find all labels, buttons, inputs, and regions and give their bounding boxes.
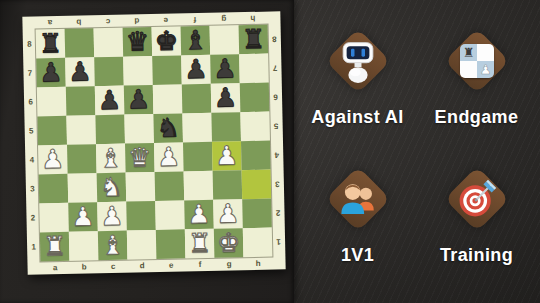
coordinate-label: 2 <box>271 198 285 227</box>
square-b1[interactable] <box>69 231 99 261</box>
menu-item-label: Endgame <box>435 107 519 128</box>
square-f4[interactable] <box>183 142 213 172</box>
square-g4[interactable]: ♟ <box>212 141 242 171</box>
frame-corner <box>27 261 40 274</box>
square-a6[interactable] <box>37 87 67 117</box>
black-rook: ♜ <box>241 25 265 54</box>
square-c4[interactable]: ♝ <box>96 144 126 174</box>
square-h8[interactable]: ♜ <box>239 25 269 55</box>
square-a1[interactable]: ♜ <box>40 232 70 262</box>
two-players-icon <box>335 176 381 222</box>
square-h2[interactable] <box>242 199 272 229</box>
square-h3[interactable] <box>242 170 272 200</box>
square-e7[interactable] <box>152 55 182 85</box>
coordinate-label: 7 <box>23 58 37 87</box>
menu-item-training[interactable]: Training <box>417 148 536 286</box>
square-g5[interactable] <box>211 112 241 142</box>
black-pawn: ♟ <box>68 57 92 86</box>
black-pawn: ♟ <box>214 83 238 112</box>
coordinate-label: 7 <box>268 53 282 82</box>
square-e2[interactable] <box>155 200 185 230</box>
white-pawn: ♟ <box>215 141 239 170</box>
coordinate-label: 1 <box>272 227 286 256</box>
square-g2[interactable]: ♟ <box>213 199 243 229</box>
coordinate-label: 6 <box>24 87 38 116</box>
square-c7[interactable] <box>94 57 124 87</box>
coordinate-label: a <box>40 261 69 275</box>
square-b7[interactable]: ♟ <box>65 57 95 87</box>
coordinate-label: b <box>69 260 98 274</box>
square-d2[interactable] <box>126 201 156 231</box>
square-d5[interactable] <box>124 114 154 144</box>
square-g3[interactable] <box>213 170 243 200</box>
black-pawn: ♟ <box>213 54 237 83</box>
black-bishop: ♝ <box>183 26 207 55</box>
mini-black-rook: ♜ <box>462 44 474 61</box>
frame-corner <box>22 16 35 29</box>
square-d4[interactable]: ♛ <box>125 143 155 173</box>
square-f5[interactable] <box>182 113 212 143</box>
black-pawn: ♟ <box>184 55 208 84</box>
frame-corner <box>272 256 285 269</box>
square-b6[interactable] <box>66 86 96 116</box>
square-f3[interactable] <box>184 171 214 201</box>
coordinate-label: 3 <box>271 169 285 198</box>
square-f2[interactable]: ♟ <box>184 200 214 230</box>
coordinate-label: 5 <box>24 116 38 145</box>
square-f6[interactable] <box>182 84 212 114</box>
chess-board-frame: abcdefgh 87654321 ♜♛♚♝♜♟♟♟♟♟♟♟♞♟♝♛♟♟♞♟♟♟… <box>22 11 285 274</box>
square-a4[interactable]: ♟ <box>38 145 68 175</box>
square-a2[interactable] <box>39 203 69 233</box>
square-b4[interactable] <box>67 144 97 174</box>
board-bezel: abcdefgh 87654321 ♜♛♚♝♜♟♟♟♟♟♟♟♞♟♝♛♟♟♞♟♟♟… <box>0 0 294 303</box>
white-bishop: ♝ <box>99 144 123 173</box>
coordinate-label: d <box>122 14 151 28</box>
white-pawn: ♟ <box>100 202 124 231</box>
menu-item-label: Training <box>440 245 513 266</box>
square-d6[interactable]: ♟ <box>124 85 154 115</box>
coordinate-label: 3 <box>26 174 40 203</box>
square-c3[interactable]: ♞ <box>97 173 127 203</box>
square-c1[interactable]: ♝ <box>98 231 128 261</box>
square-e5[interactable]: ♞ <box>153 113 183 143</box>
target-dart-icon-svg <box>455 177 499 221</box>
robot-icon-svg <box>337 39 379 83</box>
coordinate-label: e <box>156 258 185 272</box>
square-d1[interactable] <box>127 230 157 260</box>
white-queen: ♛ <box>128 143 152 172</box>
frame-corner <box>267 11 280 24</box>
white-rook: ♜ <box>43 232 67 261</box>
square-h1[interactable] <box>243 228 273 258</box>
black-pawn: ♟ <box>98 86 122 115</box>
coordinate-label: 6 <box>269 82 283 111</box>
white-pawn: ♟ <box>71 202 95 231</box>
white-pawn: ♟ <box>216 199 240 228</box>
coordinate-label: 8 <box>23 29 37 58</box>
square-g7[interactable]: ♟ <box>210 54 240 84</box>
menu-item-against-ai[interactable]: Against AI <box>298 10 417 148</box>
coordinate-label: g <box>214 257 243 271</box>
square-b5[interactable] <box>66 115 96 145</box>
black-queen: ♛ <box>125 27 149 56</box>
coordinate-label: e <box>151 13 180 27</box>
coordinate-label: a <box>35 16 64 30</box>
target-dart-icon <box>454 176 500 222</box>
square-c8[interactable] <box>94 28 124 58</box>
square-e1[interactable] <box>156 229 186 259</box>
square-a3[interactable] <box>39 174 69 204</box>
coordinate-label: 5 <box>269 111 283 140</box>
menu-item-endgame[interactable]: ♜ ♟ Endgame <box>417 10 536 148</box>
square-h5[interactable] <box>240 112 270 142</box>
coordinate-label: 4 <box>270 140 284 169</box>
white-king: ♚ <box>217 228 241 257</box>
black-pawn: ♟ <box>127 85 151 114</box>
square-c2[interactable]: ♟ <box>97 202 127 232</box>
white-pawn: ♟ <box>187 200 211 229</box>
square-d3[interactable] <box>126 172 156 202</box>
coordinate-label: c <box>93 15 122 29</box>
menu-item-label: Against AI <box>311 107 403 128</box>
black-king: ♚ <box>154 26 178 55</box>
square-e4[interactable]: ♟ <box>154 142 184 172</box>
square-g8[interactable] <box>210 25 240 55</box>
black-rook: ♜ <box>38 29 62 58</box>
square-h4[interactable] <box>241 141 271 171</box>
square-g6[interactable]: ♟ <box>211 83 241 113</box>
square-h7[interactable] <box>239 54 269 84</box>
square-a5[interactable] <box>37 116 67 146</box>
coordinate-label: h <box>243 257 272 271</box>
square-c5[interactable] <box>95 115 125 145</box>
coordinate-label: 2 <box>26 203 40 232</box>
square-e8[interactable]: ♚ <box>152 26 182 56</box>
white-bishop: ♝ <box>101 231 125 260</box>
two-players-icon-svg <box>337 180 379 218</box>
square-c6[interactable]: ♟ <box>95 86 125 116</box>
endgame-board-icon: ♜ ♟ <box>454 38 500 84</box>
coordinate-label: 8 <box>268 24 282 53</box>
square-b2[interactable]: ♟ <box>68 202 98 232</box>
menu-item-label: 1V1 <box>341 245 374 266</box>
square-e6[interactable] <box>153 84 183 114</box>
square-f7[interactable]: ♟ <box>181 55 211 85</box>
black-knight: ♞ <box>156 113 180 142</box>
black-pawn: ♟ <box>39 58 63 87</box>
square-f8[interactable]: ♝ <box>181 26 211 56</box>
coordinate-label: c <box>98 260 127 274</box>
game-mode-menu: Against AI ♜ ♟ Endgame <box>294 0 540 303</box>
white-pawn: ♟ <box>41 145 65 174</box>
coordinate-label: b <box>64 15 93 29</box>
square-b8[interactable] <box>65 28 95 58</box>
square-d7[interactable] <box>123 56 153 86</box>
square-d8[interactable]: ♛ <box>123 27 153 57</box>
coordinate-label: f <box>185 258 214 272</box>
square-a7[interactable]: ♟ <box>36 58 66 88</box>
mini-white-pawn: ♟ <box>479 61 491 78</box>
coordinate-label: f <box>180 13 209 27</box>
coordinate-label: 4 <box>25 145 39 174</box>
chess-board: ♜♛♚♝♜♟♟♟♟♟♟♟♞♟♝♛♟♟♞♟♟♟♟♜♝♜♚ <box>36 25 273 262</box>
square-h6[interactable] <box>240 83 270 113</box>
square-g1[interactable]: ♚ <box>214 228 244 258</box>
coordinate-label: 1 <box>27 232 41 261</box>
menu-item-1v1[interactable]: 1V1 <box>298 148 417 286</box>
robot-icon <box>335 38 381 84</box>
coordinate-label: h <box>238 12 267 26</box>
white-knight: ♞ <box>99 173 123 202</box>
square-a8[interactable]: ♜ <box>36 29 66 59</box>
coordinate-label: d <box>127 259 156 273</box>
white-pawn: ♟ <box>157 142 181 171</box>
square-b3[interactable] <box>68 173 98 203</box>
coordinate-label: g <box>209 12 238 26</box>
square-e3[interactable] <box>155 171 185 201</box>
square-f1[interactable]: ♜ <box>185 229 215 259</box>
white-rook: ♜ <box>188 229 212 258</box>
